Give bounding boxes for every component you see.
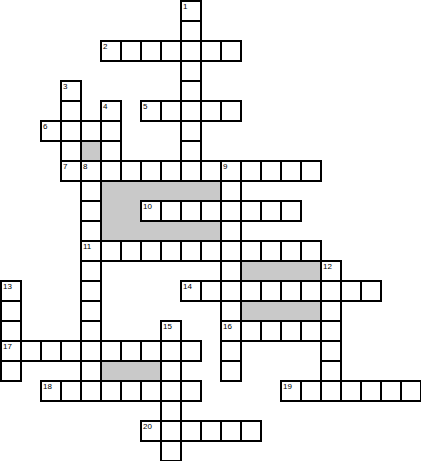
shaded-region-7	[100, 360, 162, 382]
cell-r6c9[interactable]	[180, 120, 202, 142]
shaded-region-2	[100, 180, 222, 202]
cell-r17c5[interactable]	[100, 340, 122, 362]
cell-r11c11[interactable]	[220, 220, 242, 242]
cell-r12c11[interactable]	[220, 240, 242, 262]
cell-r14c4[interactable]	[80, 280, 102, 302]
cell-r17c11[interactable]	[220, 340, 242, 362]
cell-r18c4[interactable]	[80, 360, 102, 382]
cell-r14c15[interactable]	[300, 280, 322, 302]
cell-r10c14[interactable]	[280, 200, 302, 222]
shaded-region-4	[100, 220, 222, 242]
cell-r14c17[interactable]	[340, 280, 362, 302]
cell-r17c8[interactable]	[160, 340, 182, 362]
cell-r3c9[interactable]	[180, 60, 202, 82]
cell-r19c3[interactable]	[60, 380, 82, 402]
cell-r18c16[interactable]	[320, 360, 342, 382]
crossword-page: 1234567891011121314151617181920	[0, 0, 421, 461]
cell-r5c7[interactable]	[140, 100, 162, 122]
cell-r7c3[interactable]	[60, 140, 82, 162]
cell-r21c12[interactable]	[240, 420, 262, 442]
cell-r2c6[interactable]	[120, 40, 142, 62]
cell-r19c4[interactable]	[80, 380, 102, 402]
cell-r13c16[interactable]	[320, 260, 342, 282]
cell-r12c10[interactable]	[200, 240, 222, 262]
cell-r12c8[interactable]	[160, 240, 182, 262]
cell-r14c14[interactable]	[280, 280, 302, 302]
cell-r15c16[interactable]	[320, 300, 342, 322]
cell-r19c2[interactable]	[40, 380, 62, 402]
cell-r14c0[interactable]	[0, 280, 22, 302]
cell-r12c9[interactable]	[180, 240, 202, 262]
cell-r2c9[interactable]	[180, 40, 202, 62]
crossword-board: 1234567891011121314151617181920	[0, 0, 421, 461]
cell-r0c9[interactable]	[180, 0, 202, 22]
cell-r17c3[interactable]	[60, 340, 82, 362]
cell-r14c13[interactable]	[260, 280, 282, 302]
cell-r22c8[interactable]	[160, 440, 182, 461]
cell-r2c8[interactable]	[160, 40, 182, 62]
cell-r12c12[interactable]	[240, 240, 262, 262]
cell-r10c10[interactable]	[200, 200, 222, 222]
cell-r21c10[interactable]	[200, 420, 222, 442]
cell-r17c16[interactable]	[320, 340, 342, 362]
cell-r20c8[interactable]	[160, 400, 182, 422]
cell-r19c19[interactable]	[380, 380, 402, 402]
cell-r17c4[interactable]	[80, 340, 102, 362]
cell-r17c2[interactable]	[40, 340, 62, 362]
cell-r1c9[interactable]	[180, 20, 202, 42]
cell-r12c15[interactable]	[300, 240, 322, 262]
cell-r8c8[interactable]	[160, 160, 182, 182]
shaded-region-3	[100, 200, 142, 222]
cell-r19c9[interactable]	[180, 380, 202, 402]
cell-r5c11[interactable]	[220, 100, 242, 122]
cell-r15c4[interactable]	[80, 300, 102, 322]
cell-r16c16[interactable]	[320, 320, 342, 342]
cell-r12c4[interactable]	[80, 240, 102, 262]
cell-r21c11[interactable]	[220, 420, 242, 442]
cell-r17c6[interactable]	[120, 340, 142, 362]
cell-r16c8[interactable]	[160, 320, 182, 342]
cell-r11c4[interactable]	[80, 220, 102, 242]
cell-r7c9[interactable]	[180, 140, 202, 162]
cell-r13c11[interactable]	[220, 260, 242, 282]
cell-r4c9[interactable]	[180, 80, 202, 102]
cell-r16c0[interactable]	[0, 320, 22, 342]
cell-r17c7[interactable]	[140, 340, 162, 362]
cell-r14c11[interactable]	[220, 280, 242, 302]
cell-r18c11[interactable]	[220, 360, 242, 382]
cell-r14c18[interactable]	[360, 280, 382, 302]
cell-r12c6[interactable]	[120, 240, 142, 262]
cell-r15c0[interactable]	[0, 300, 22, 322]
cell-r8c15[interactable]	[300, 160, 322, 182]
cell-r8c6[interactable]	[120, 160, 142, 182]
shaded-region-1	[80, 140, 102, 162]
cell-r2c11[interactable]	[220, 40, 242, 62]
cell-r21c8[interactable]	[160, 420, 182, 442]
cell-r6c3[interactable]	[60, 120, 82, 142]
cell-r16c15[interactable]	[300, 320, 322, 342]
cell-r19c20[interactable]	[400, 380, 421, 402]
cell-r12c13[interactable]	[260, 240, 282, 262]
cell-r8c11[interactable]	[220, 160, 242, 182]
cell-r2c10[interactable]	[200, 40, 222, 62]
cell-r19c7[interactable]	[140, 380, 162, 402]
cell-r9c4[interactable]	[80, 180, 102, 202]
cell-r8c5[interactable]	[100, 160, 122, 182]
cell-r14c10[interactable]	[200, 280, 222, 302]
cell-r19c15[interactable]	[300, 380, 322, 402]
cell-r19c5[interactable]	[100, 380, 122, 402]
cell-r14c9[interactable]	[180, 280, 202, 302]
cell-r18c8[interactable]	[160, 360, 182, 382]
cell-r10c9[interactable]	[180, 200, 202, 222]
shaded-region-5	[240, 260, 322, 282]
cell-r5c5[interactable]	[100, 100, 122, 122]
cell-r16c13[interactable]	[260, 320, 282, 342]
cell-r8c9[interactable]	[180, 160, 202, 182]
cell-r8c12[interactable]	[240, 160, 262, 182]
cell-r6c5[interactable]	[100, 120, 122, 142]
cell-r17c9[interactable]	[180, 340, 202, 362]
cell-r10c4[interactable]	[80, 200, 102, 222]
cell-r8c13[interactable]	[260, 160, 282, 182]
cell-r7c5[interactable]	[100, 140, 122, 162]
cell-r10c12[interactable]	[240, 200, 262, 222]
cell-r5c10[interactable]	[200, 100, 222, 122]
cell-r2c7[interactable]	[140, 40, 162, 62]
cell-r8c3[interactable]	[60, 160, 82, 182]
cell-r6c2[interactable]	[40, 120, 62, 142]
cell-r21c9[interactable]	[180, 420, 202, 442]
cell-r19c18[interactable]	[360, 380, 382, 402]
cell-r21c7[interactable]	[140, 420, 162, 442]
cell-r14c12[interactable]	[240, 280, 262, 302]
cell-r16c11[interactable]	[220, 320, 242, 342]
cell-r5c9[interactable]	[180, 100, 202, 122]
cell-r16c14[interactable]	[280, 320, 302, 342]
cell-r14c16[interactable]	[320, 280, 342, 302]
cell-r10c8[interactable]	[160, 200, 182, 222]
cell-r19c14[interactable]	[280, 380, 302, 402]
cell-r19c8[interactable]	[160, 380, 182, 402]
cell-r15c11[interactable]	[220, 300, 242, 322]
cell-r12c5[interactable]	[100, 240, 122, 262]
cell-r16c12[interactable]	[240, 320, 262, 342]
cell-r8c7[interactable]	[140, 160, 162, 182]
cell-r5c8[interactable]	[160, 100, 182, 122]
cell-r19c6[interactable]	[120, 380, 142, 402]
cell-r12c14[interactable]	[280, 240, 302, 262]
cell-r2c5[interactable]	[100, 40, 122, 62]
cell-r13c4[interactable]	[80, 260, 102, 282]
cell-r8c4[interactable]	[80, 160, 102, 182]
cell-r9c11[interactable]	[220, 180, 242, 202]
cell-r6c4[interactable]	[80, 120, 102, 142]
cell-r8c10[interactable]	[200, 160, 222, 182]
cell-r8c14[interactable]	[280, 160, 302, 182]
cell-r4c3[interactable]	[60, 80, 82, 102]
cell-r16c4[interactable]	[80, 320, 102, 342]
cell-r10c7[interactable]	[140, 200, 162, 222]
cell-r10c11[interactable]	[220, 200, 242, 222]
cell-r19c17[interactable]	[340, 380, 362, 402]
cell-r18c0[interactable]	[0, 360, 22, 382]
cell-r12c7[interactable]	[140, 240, 162, 262]
shaded-region-6	[240, 300, 322, 322]
cell-r17c1[interactable]	[20, 340, 42, 362]
cell-r19c16[interactable]	[320, 380, 342, 402]
cell-r5c3[interactable]	[60, 100, 82, 122]
cell-r17c0[interactable]	[0, 340, 22, 362]
cell-r10c13[interactable]	[260, 200, 282, 222]
